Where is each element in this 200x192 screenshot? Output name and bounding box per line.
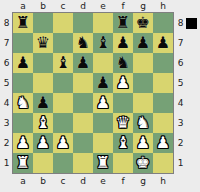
rank-label-1: 1 [175,153,186,173]
piece-black-pawn: ♟ [76,53,90,73]
rank-label-4: 4 [175,93,186,113]
square-b2[interactable]: ♟ [33,133,53,153]
square-f1[interactable] [113,153,133,173]
square-e3[interactable] [93,113,113,133]
square-e1[interactable]: ♜ [93,153,113,173]
square-d8[interactable] [73,13,93,33]
file-label-g: g [133,176,153,187]
square-d5[interactable] [73,73,93,93]
file-label-c: c [53,1,73,12]
square-d2[interactable] [73,133,93,153]
square-c2[interactable]: ♟ [53,133,73,153]
square-f4[interactable] [113,93,133,113]
piece-white-pawn: ♟ [116,73,130,93]
square-h7[interactable]: ♟ [153,33,173,53]
rank-labels-right: 87654321 [175,13,186,173]
square-d7[interactable]: ♞ [73,33,93,53]
rank-label-5: 5 [175,73,186,93]
square-a5[interactable] [13,73,33,93]
square-h8[interactable] [153,13,173,33]
file-label-b: b [33,1,53,12]
square-h5[interactable] [153,73,173,93]
square-b5[interactable] [33,73,53,93]
piece-white-bishop: ♝ [116,133,130,153]
rank-label-6: 6 [175,53,186,73]
square-a6[interactable]: ♟ [13,53,33,73]
square-c6[interactable]: ♝ [53,53,73,73]
piece-white-knight: ♞ [16,93,30,113]
file-label-c: c [53,176,73,187]
rank-label-4: 4 [1,93,12,113]
piece-black-knight: ♞ [76,33,90,53]
file-label-e: e [93,176,113,187]
square-h2[interactable]: ♟ [153,133,173,153]
piece-black-queen: ♛ [36,33,50,53]
piece-white-pawn: ♟ [96,93,110,113]
piece-black-pawn: ♟ [116,33,130,53]
square-g3[interactable]: ♞ [133,113,153,133]
square-e8[interactable] [93,13,113,33]
piece-black-king: ♚ [136,13,150,33]
square-d1[interactable] [73,153,93,173]
piece-black-rook: ♜ [116,13,130,33]
piece-black-pawn: ♟ [96,73,110,93]
rank-label-3: 3 [1,113,12,133]
piece-black-pawn: ♟ [36,93,50,113]
file-label-e: e [93,1,113,12]
piece-white-bishop: ♝ [36,113,50,133]
file-label-a: a [13,176,33,187]
piece-white-rook: ♜ [96,153,110,173]
rank-label-8: 8 [1,13,12,33]
piece-white-pawn: ♟ [16,133,30,153]
piece-black-pawn: ♟ [16,53,30,73]
piece-white-queen: ♛ [116,113,130,133]
square-c4[interactable] [53,93,73,113]
square-g7[interactable]: ♟ [133,33,153,53]
square-b7[interactable]: ♛ [33,33,53,53]
square-b3[interactable]: ♝ [33,113,53,133]
piece-black-rook: ♜ [16,13,30,33]
file-labels-top: abcdefgh [13,1,173,12]
rank-label-7: 7 [175,33,186,53]
piece-black-knight: ♞ [116,53,130,73]
square-h3[interactable] [153,113,173,133]
square-f3[interactable]: ♛ [113,113,133,133]
square-c5[interactable] [53,73,73,93]
black-to-move-indicator [186,18,197,29]
piece-black-bishop: ♝ [56,53,70,73]
file-label-h: h [153,176,173,187]
rank-label-7: 7 [1,33,12,53]
rank-label-8: 8 [175,13,186,33]
file-label-g: g [133,1,153,12]
rank-label-1: 1 [1,153,12,173]
file-label-d: d [73,176,93,187]
square-g8[interactable]: ♚ [133,13,153,33]
square-f8[interactable]: ♜ [113,13,133,33]
square-a2[interactable]: ♟ [13,133,33,153]
square-d6[interactable]: ♟ [73,53,93,73]
chess-board: ♜♜♚♛♞♝♟♟♟♟♝♟♞♟♟♞♟♟♝♛♞♟♟♟♝♟♟♜♜♚ [13,13,173,173]
square-g4[interactable] [133,93,153,113]
rank-label-2: 2 [1,133,12,153]
square-e4[interactable]: ♟ [93,93,113,113]
square-d4[interactable] [73,93,93,113]
square-g5[interactable] [133,73,153,93]
square-g2[interactable]: ♟ [133,133,153,153]
square-a8[interactable]: ♜ [13,13,33,33]
square-c3[interactable] [53,113,73,133]
file-label-b: b [33,176,53,187]
square-h1[interactable] [153,153,173,173]
square-a7[interactable] [13,33,33,53]
square-f6[interactable]: ♞ [113,53,133,73]
square-a1[interactable]: ♜ [13,153,33,173]
square-h6[interactable] [153,53,173,73]
square-b1[interactable] [33,153,53,173]
rank-label-3: 3 [175,113,186,133]
square-e7[interactable]: ♝ [93,33,113,53]
square-f7[interactable]: ♟ [113,33,133,53]
piece-white-pawn: ♟ [136,133,150,153]
square-f2[interactable]: ♝ [113,133,133,153]
file-label-d: d [73,1,93,12]
square-b4[interactable]: ♟ [33,93,53,113]
piece-black-pawn: ♟ [156,33,170,53]
piece-black-bishop: ♝ [96,33,110,53]
piece-white-pawn: ♟ [36,133,50,153]
file-label-a: a [13,1,33,12]
rank-label-5: 5 [1,73,12,93]
square-g6[interactable] [133,53,153,73]
square-f5[interactable]: ♟ [113,73,133,93]
square-c8[interactable] [53,13,73,33]
piece-black-pawn: ♟ [136,33,150,53]
square-e6[interactable] [93,53,113,73]
square-a3[interactable] [13,113,33,133]
piece-white-king: ♚ [136,153,150,173]
square-b6[interactable] [33,53,53,73]
rank-label-6: 6 [1,53,12,73]
square-g1[interactable]: ♚ [133,153,153,173]
square-b8[interactable] [33,13,53,33]
rank-label-2: 2 [175,133,186,153]
file-label-h: h [153,1,173,12]
file-labels-bottom: abcdefgh [13,176,173,187]
square-c7[interactable] [53,33,73,53]
file-label-f: f [113,176,133,187]
square-d3[interactable] [73,113,93,133]
square-e5[interactable]: ♟ [93,73,113,93]
piece-white-pawn: ♟ [56,133,70,153]
square-e2[interactable] [93,133,113,153]
chess-diagram: abcdefgh 87654321 ♜♜♚♛♞♝♟♟♟♟♝♟♞♟♟♞♟♟♝♛♞♟… [0,0,200,192]
square-a4[interactable]: ♞ [13,93,33,113]
rank-labels-left: 87654321 [1,13,12,173]
square-c1[interactable] [53,153,73,173]
piece-white-rook: ♜ [16,153,30,173]
square-h4[interactable] [153,93,173,113]
piece-white-knight: ♞ [136,113,150,133]
piece-white-pawn: ♟ [156,133,170,153]
file-label-f: f [113,1,133,12]
